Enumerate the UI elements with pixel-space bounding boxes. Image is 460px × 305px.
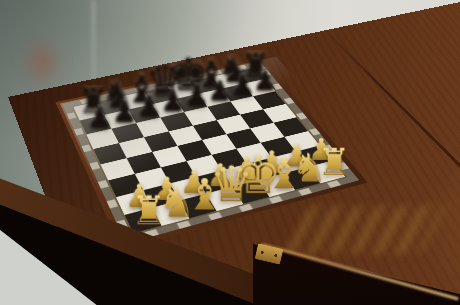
black-pawn-piece: ♟ [112, 98, 138, 127]
board-square [93, 143, 126, 164]
black-pawn-piece: ♟ [184, 83, 209, 111]
black-pawn-piece: ♟ [207, 77, 232, 105]
black-pawn-piece: ♟ [253, 68, 277, 95]
black-pawn-piece: ♟ [160, 88, 185, 116]
piece-reflections [285, 206, 446, 254]
scene-world: ♜♞♝♛♚♝♞♜♟♟♟♟♟♟♟♟♟♟♟♟♟♟♟♟♜♞♝♛♚♝♞♜ [0, 0, 460, 305]
gold-rook-piece: ♜ [130, 191, 166, 231]
chess-board: ♜♞♝♛♚♝♞♜♟♟♟♟♟♟♟♟♟♟♟♟♟♟♟♟♜♞♝♛♚♝♞♜ [73, 67, 345, 233]
black-pawn-piece: ♟ [136, 93, 161, 121]
wooden-table-top: ♜♞♝♛♚♝♞♜♟♟♟♟♟♟♟♟♟♟♟♟♟♟♟♟♜♞♝♛♚♝♞♜ [8, 0, 460, 305]
board-square: ♜ [125, 208, 162, 234]
black-pawn-piece: ♟ [230, 72, 255, 99]
black-pawn-piece: ♟ [87, 104, 113, 133]
board-square [217, 115, 250, 134]
photo-canvas: ♜♞♝♛♚♝♞♜♟♟♟♟♟♟♟♟♟♟♟♟♟♟♟♟♜♞♝♛♚♝♞♜ [0, 0, 460, 305]
table-scene: ♜♞♝♛♚♝♞♜♟♟♟♟♟♟♟♟♟♟♟♟♟♟♟♟♜♞♝♛♚♝♞♜ [0, 0, 460, 305]
board-square [274, 117, 308, 137]
